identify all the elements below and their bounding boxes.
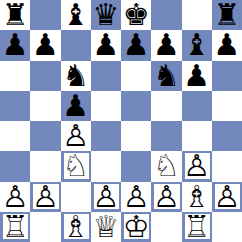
- piece-white-rook: ♖: [183, 212, 210, 242]
- square-g8[interactable]: [182, 0, 212, 30]
- square-c8[interactable]: ♝: [61, 0, 91, 30]
- piece-white-knight: ♘: [62, 151, 89, 181]
- square-d1[interactable]: ♕: [91, 212, 121, 242]
- piece-white-pawn: ♙: [92, 182, 119, 212]
- square-f7[interactable]: ♟: [151, 30, 181, 60]
- square-f8[interactable]: [151, 0, 181, 30]
- square-d4[interactable]: [91, 121, 121, 151]
- square-d5[interactable]: [91, 91, 121, 121]
- piece-black-knight: ♞: [62, 61, 89, 91]
- square-b1[interactable]: [30, 212, 60, 242]
- square-d2[interactable]: ♙: [91, 182, 121, 212]
- square-c2[interactable]: [61, 182, 91, 212]
- square-b7[interactable]: ♟: [30, 30, 60, 60]
- piece-black-pawn: ♟: [32, 30, 59, 60]
- square-b5[interactable]: [30, 91, 60, 121]
- square-a5[interactable]: [0, 91, 30, 121]
- square-a3[interactable]: [0, 151, 30, 181]
- square-f1[interactable]: [151, 212, 181, 242]
- square-e1[interactable]: ♔: [121, 212, 151, 242]
- square-g7[interactable]: ♝: [182, 30, 212, 60]
- square-f2[interactable]: ♙: [151, 182, 181, 212]
- square-d6[interactable]: [91, 61, 121, 91]
- square-h1[interactable]: [212, 212, 242, 242]
- piece-white-pawn: ♙: [2, 182, 29, 212]
- square-a4[interactable]: [0, 121, 30, 151]
- square-h6[interactable]: [212, 61, 242, 91]
- square-f4[interactable]: [151, 121, 181, 151]
- piece-white-pawn: ♙: [123, 182, 150, 212]
- piece-black-knight: ♞: [153, 61, 180, 91]
- square-h7[interactable]: ♟: [212, 30, 242, 60]
- square-a7[interactable]: ♟: [0, 30, 30, 60]
- piece-black-queen: ♛: [92, 0, 119, 30]
- square-h4[interactable]: [212, 121, 242, 151]
- square-b6[interactable]: [30, 61, 60, 91]
- piece-black-rook: ♜: [213, 0, 240, 30]
- piece-white-king: ♔: [123, 212, 150, 242]
- piece-white-queen: ♕: [92, 212, 119, 242]
- square-g6[interactable]: ♟: [182, 61, 212, 91]
- square-e7[interactable]: ♟: [121, 30, 151, 60]
- square-c3[interactable]: ♘: [61, 151, 91, 181]
- piece-black-pawn: ♟: [183, 61, 210, 91]
- piece-black-bishop: ♝: [183, 30, 210, 60]
- piece-black-king: ♚: [123, 0, 150, 30]
- square-c4[interactable]: ♙: [61, 121, 91, 151]
- square-a1[interactable]: ♖: [0, 212, 30, 242]
- piece-white-pawn: ♙: [183, 151, 210, 181]
- square-a6[interactable]: [0, 61, 30, 91]
- piece-black-pawn: ♟: [92, 30, 119, 60]
- square-f6[interactable]: ♞: [151, 61, 181, 91]
- piece-white-bishop: ♗: [62, 212, 89, 242]
- square-g2[interactable]: ♗: [182, 182, 212, 212]
- square-h8[interactable]: ♜: [212, 0, 242, 30]
- square-c6[interactable]: ♞: [61, 61, 91, 91]
- piece-black-bishop: ♝: [62, 0, 89, 30]
- square-d8[interactable]: ♛: [91, 0, 121, 30]
- piece-white-pawn: ♙: [153, 182, 180, 212]
- square-f5[interactable]: [151, 91, 181, 121]
- square-e4[interactable]: [121, 121, 151, 151]
- square-h5[interactable]: [212, 91, 242, 121]
- piece-white-pawn: ♙: [62, 121, 89, 151]
- piece-white-rook: ♖: [2, 212, 29, 242]
- square-e2[interactable]: ♙: [121, 182, 151, 212]
- square-c7[interactable]: [61, 30, 91, 60]
- piece-black-pawn: ♟: [2, 30, 29, 60]
- square-b4[interactable]: [30, 121, 60, 151]
- square-b3[interactable]: [30, 151, 60, 181]
- square-e6[interactable]: [121, 61, 151, 91]
- square-h3[interactable]: [212, 151, 242, 181]
- piece-white-knight: ♘: [153, 151, 180, 181]
- square-h2[interactable]: ♙: [212, 182, 242, 212]
- square-e3[interactable]: [121, 151, 151, 181]
- square-a8[interactable]: ♜: [0, 0, 30, 30]
- square-b2[interactable]: ♙: [30, 182, 60, 212]
- square-c1[interactable]: ♗: [61, 212, 91, 242]
- square-a2[interactable]: ♙: [0, 182, 30, 212]
- piece-black-pawn: ♟: [213, 30, 240, 60]
- piece-black-pawn: ♟: [123, 30, 150, 60]
- square-g5[interactable]: [182, 91, 212, 121]
- piece-white-pawn: ♙: [213, 182, 240, 212]
- square-d3[interactable]: [91, 151, 121, 181]
- square-e8[interactable]: ♚: [121, 0, 151, 30]
- square-g3[interactable]: ♙: [182, 151, 212, 181]
- piece-white-pawn: ♙: [32, 182, 59, 212]
- square-d7[interactable]: ♟: [91, 30, 121, 60]
- piece-black-rook: ♜: [2, 0, 29, 30]
- square-g4[interactable]: [182, 121, 212, 151]
- square-e5[interactable]: [121, 91, 151, 121]
- square-c5[interactable]: ♟: [61, 91, 91, 121]
- chess-board: ♜♝♛♚♜♟♟♟♟♟♝♟♞♞♟♟♙♘♘♙♙♙♙♙♙♗♙♖♗♕♔♖: [0, 0, 242, 242]
- square-f3[interactable]: ♘: [151, 151, 181, 181]
- square-g1[interactable]: ♖: [182, 212, 212, 242]
- piece-black-pawn: ♟: [153, 30, 180, 60]
- square-b8[interactable]: [30, 0, 60, 30]
- piece-white-bishop: ♗: [183, 182, 210, 212]
- piece-black-pawn: ♟: [62, 91, 89, 121]
